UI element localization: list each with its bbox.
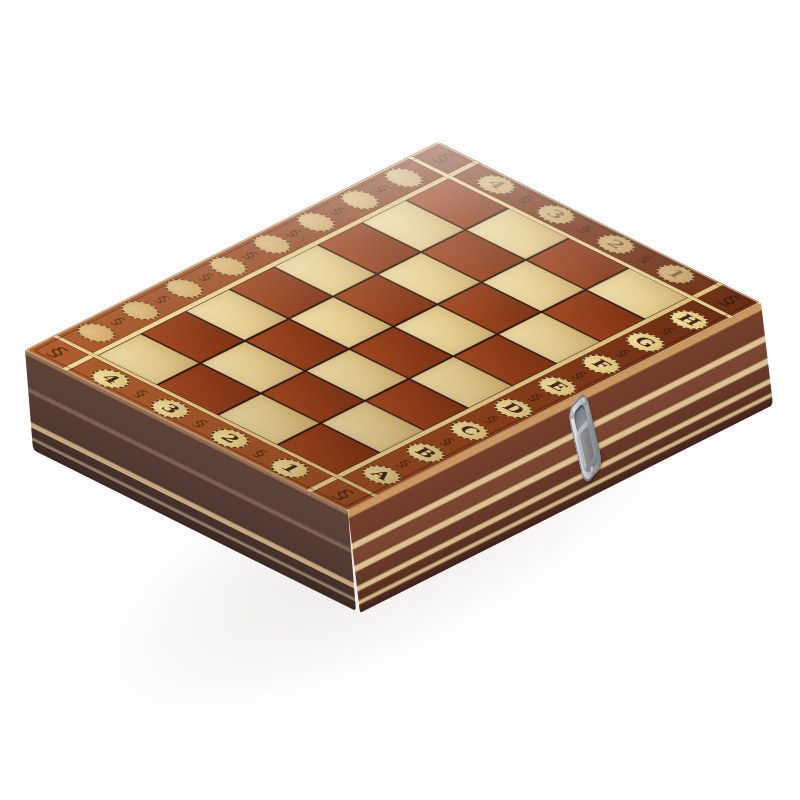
coordinate-label: 1 [277,462,303,475]
scroll-ornament-icon: § [151,294,173,305]
coordinate-label: 2 [603,238,629,251]
coordinate-label: 3 [157,402,183,415]
scroll-ornament-icon: § [575,224,597,235]
scroll-ornament-icon: § [327,205,349,216]
scroll-ornament-icon: § [568,370,590,381]
scroll-ornament-icon: § [436,436,458,447]
scroll-ornament-icon: § [656,325,678,336]
scroll-ornament-icon: § [635,254,657,265]
coordinate-label: A [368,468,395,482]
scroll-ornament-icon: § [195,272,217,283]
coordinate-label: B [411,446,439,460]
coordinate-label: 4 [98,372,124,385]
scroll-ornament-icon: § [107,316,129,327]
coordinate-label: C [456,424,483,438]
metal-clasp-icon [567,390,603,486]
coordinate-label: D [499,401,528,415]
coordinate-label: 4 [483,178,509,191]
chess-box-product-photo: 43214321ABCDEFGH§§§§§§§§§§§§§§§§§§§§§§§§ [0,0,800,800]
scroll-ornament-icon: § [392,458,414,469]
scroll-ornament-icon: § [713,293,744,309]
scroll-ornament-icon: § [249,448,271,459]
scroll-ornament-icon: § [283,228,305,239]
coordinate-label: E [544,380,571,393]
scroll-ornament-icon: § [328,487,359,503]
scroll-ornament-icon: § [239,250,261,261]
coordinate-label: 1 [663,268,689,281]
scroll-ornament-icon: § [189,418,211,429]
scroll-ornament-icon: § [129,388,151,399]
scroll-ornament-icon: § [371,183,393,194]
coordinate-label: 3 [543,208,569,221]
scroll-ornament-icon: § [480,414,502,425]
coordinate-label: H [674,312,704,327]
scroll-ornament-icon: § [524,392,546,403]
coordinate-label: 2 [217,432,243,445]
scroll-ornament-icon: § [42,345,73,361]
coordinate-label: G [631,335,660,349]
scroll-ornament-icon: § [427,150,458,166]
scroll-ornament-icon: § [515,194,537,205]
scroll-ornament-icon: § [612,348,634,359]
coordinate-label: F [588,358,614,371]
